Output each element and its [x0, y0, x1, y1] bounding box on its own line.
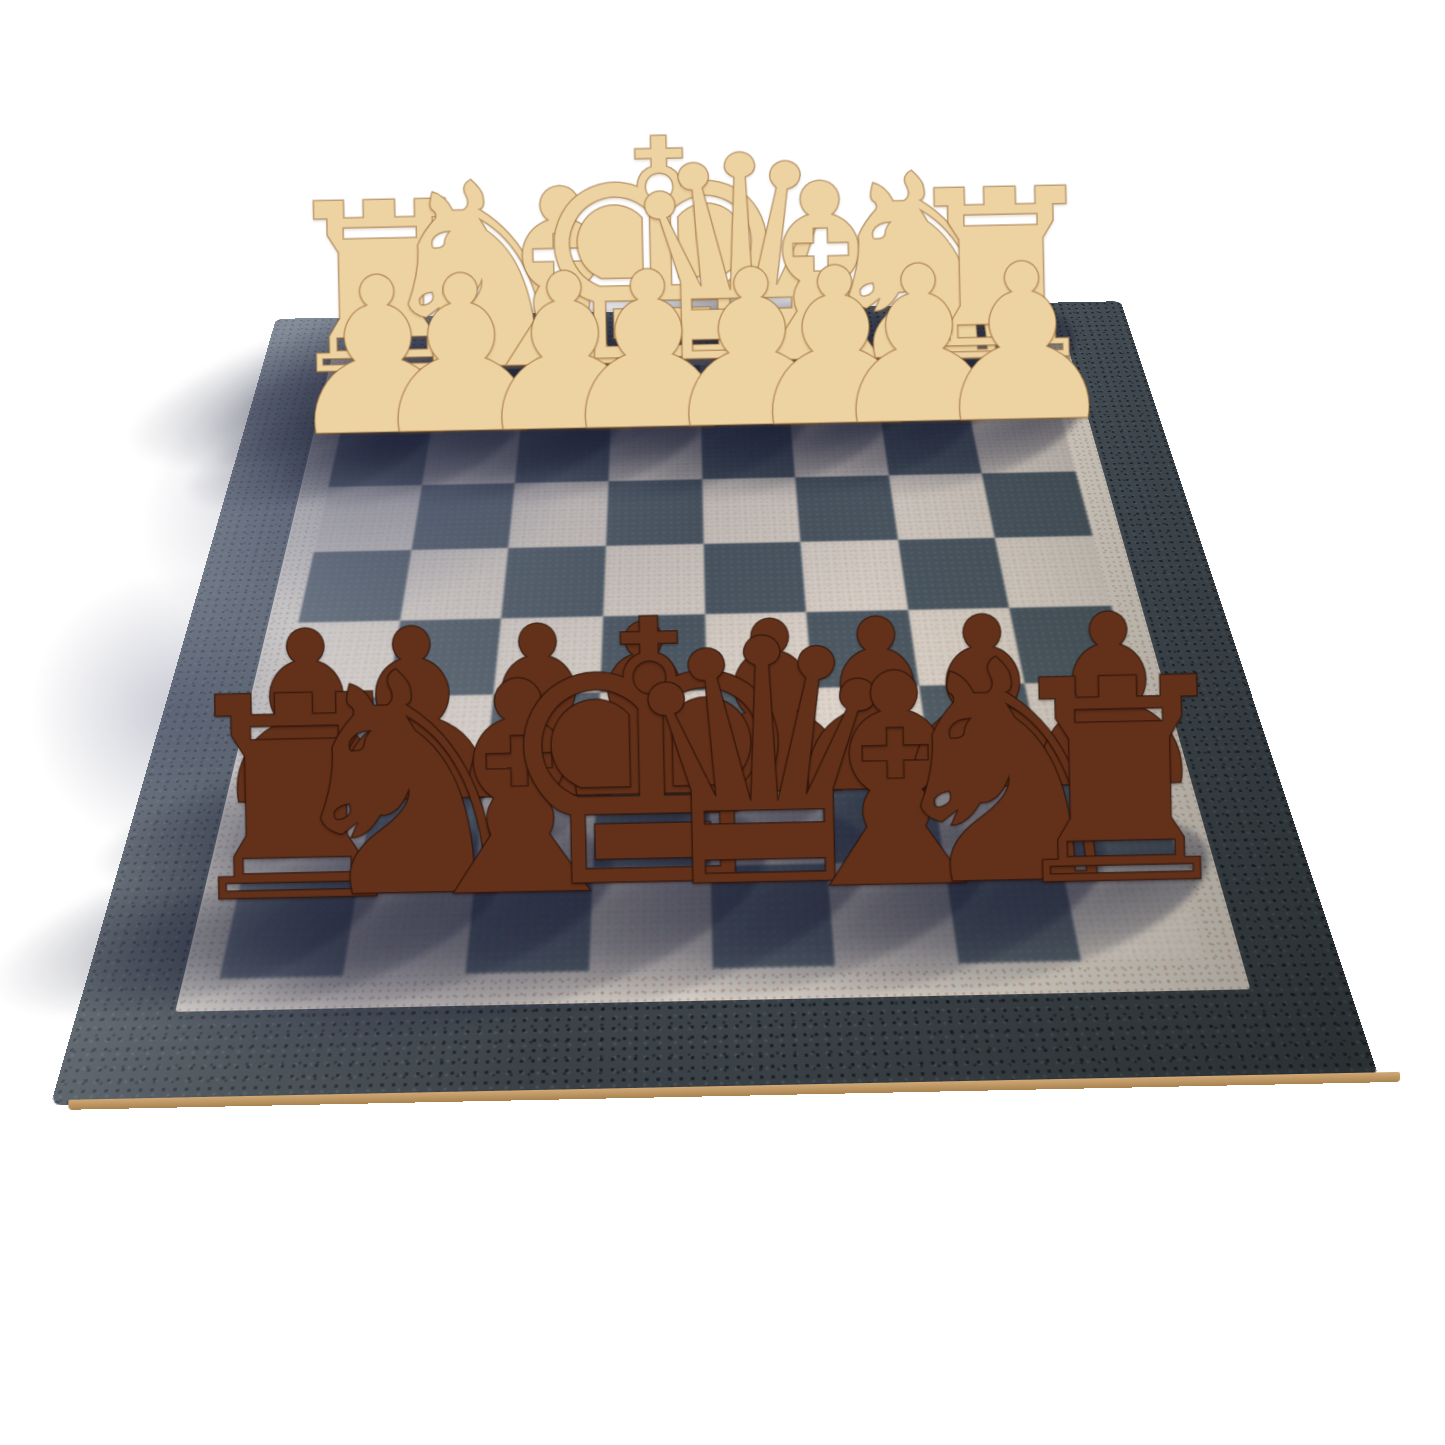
square-g8 — [343, 871, 476, 976]
square-f2 — [515, 422, 611, 483]
square-b8 — [944, 859, 1082, 963]
square-b6 — [919, 684, 1042, 770]
square-c7 — [819, 769, 944, 863]
square-h3 — [314, 485, 422, 552]
square-b4 — [898, 538, 1010, 610]
square-b5 — [908, 607, 1025, 685]
square-h6 — [263, 697, 388, 783]
square-d3 — [702, 477, 801, 543]
square-c8 — [827, 861, 959, 965]
square-f4 — [501, 546, 605, 618]
square-d5 — [705, 612, 813, 691]
square-b1 — [872, 360, 970, 417]
square-f5 — [494, 616, 603, 695]
square-d1 — [699, 363, 790, 420]
square-a6 — [1025, 681, 1153, 767]
square-d8 — [710, 864, 835, 968]
square-f3 — [509, 481, 609, 547]
square-g5 — [388, 618, 502, 697]
square-e6 — [597, 690, 708, 776]
square-f6 — [485, 693, 600, 779]
square-e1 — [611, 365, 701, 422]
square-f7 — [476, 776, 597, 871]
square-e2 — [608, 420, 701, 481]
square-c1 — [786, 361, 880, 418]
square-c5 — [806, 610, 919, 688]
square-a1 — [959, 358, 1060, 415]
square-e8 — [589, 866, 712, 971]
square-h5 — [281, 620, 400, 699]
square-a4 — [995, 536, 1111, 608]
square-g6 — [374, 695, 494, 781]
square-a3 — [982, 472, 1092, 538]
square-c2 — [790, 416, 888, 477]
chess-photo: ♜♞♝♚♛♝♞♜♟♟♟♟♟♟♟♟♟♟♟♟♟♟♟♟♜♞♝♚♛♝♞♜ — [0, 0, 1445, 1445]
square-a2 — [970, 413, 1076, 474]
square-d6 — [706, 688, 819, 774]
square-d7 — [708, 772, 827, 867]
square-e5 — [600, 614, 706, 693]
chess-board — [50, 301, 1379, 1105]
square-h2 — [328, 426, 431, 488]
board-grid — [219, 358, 1205, 979]
square-g3 — [411, 483, 515, 550]
square-a5 — [1010, 605, 1132, 683]
square-b7 — [931, 767, 1061, 861]
square-d2 — [701, 418, 796, 479]
square-e3 — [606, 479, 703, 545]
square-b3 — [889, 474, 996, 540]
square-g2 — [422, 424, 521, 485]
square-h1 — [341, 371, 440, 428]
square-e4 — [603, 544, 705, 616]
square-c3 — [795, 476, 898, 542]
square-e7 — [593, 774, 710, 869]
square-h4 — [298, 550, 411, 622]
square-d4 — [703, 542, 806, 614]
square-h8 — [219, 874, 359, 979]
square-f8 — [466, 869, 593, 974]
square-g1 — [431, 369, 526, 426]
square-h7 — [242, 781, 374, 876]
square-b2 — [880, 414, 982, 475]
square-g7 — [359, 779, 485, 874]
square-c6 — [813, 686, 931, 772]
perspective-tilt: ♜♞♝♚♛♝♞♜♟♟♟♟♟♟♟♟♟♟♟♟♟♟♟♟♜♞♝♚♛♝♞♜ — [0, 0, 1445, 1445]
square-f1 — [521, 367, 613, 424]
square-c4 — [801, 540, 908, 612]
square-g4 — [400, 548, 509, 620]
